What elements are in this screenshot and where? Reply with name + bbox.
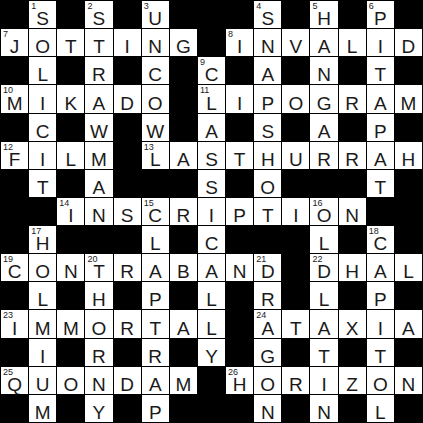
- cell-r12c4[interactable]: O: [85, 310, 112, 337]
- cell-r6c4[interactable]: M: [85, 142, 112, 169]
- cell-r14c10[interactable]: O: [254, 367, 281, 394]
- black-cell: [1, 57, 28, 84]
- cell-r6c11[interactable]: U: [282, 142, 309, 169]
- cell-r4c6[interactable]: O: [142, 85, 169, 112]
- cell-r6c12[interactable]: R: [310, 142, 337, 169]
- crossword-grid: 1S2S3U4S5H6P7JOTTING8INVALIDLRC9CANT10MI…: [0, 0, 423, 423]
- cell-r2c9[interactable]: 8I: [226, 29, 253, 56]
- cell-r11c12[interactable]: L: [310, 282, 337, 309]
- cell-letter: L: [150, 234, 161, 253]
- cell-letter: I: [209, 206, 214, 225]
- cell-r14c7[interactable]: M: [170, 367, 197, 394]
- black-cell: [395, 57, 422, 84]
- black-cell: [170, 85, 197, 112]
- cell-r4c5[interactable]: D: [114, 85, 141, 112]
- cell-r8c4[interactable]: N: [85, 198, 112, 225]
- cell-r10c3[interactable]: N: [57, 254, 84, 281]
- cell-letter: C: [148, 206, 162, 225]
- cell-letter: C: [205, 234, 219, 253]
- cell-letter: D: [402, 37, 416, 56]
- cell-r5c8[interactable]: A: [198, 114, 225, 141]
- cell-r12c14[interactable]: I: [367, 310, 394, 337]
- cell-r10c1[interactable]: 19C: [1, 254, 28, 281]
- cell-r4c15[interactable]: M: [395, 85, 422, 112]
- black-cell: [395, 226, 422, 253]
- cell-r15c6[interactable]: P: [142, 395, 169, 422]
- cell-r11c10[interactable]: R: [254, 282, 281, 309]
- cell-letter: R: [176, 206, 190, 225]
- cell-letter: R: [345, 150, 359, 169]
- cell-r8c13[interactable]: N: [339, 198, 366, 225]
- black-cell: [170, 226, 197, 253]
- cell-letter: J: [10, 37, 20, 56]
- cell-r3c12[interactable]: N: [310, 57, 337, 84]
- cell-r5c14[interactable]: P: [367, 114, 394, 141]
- cell-r7c8[interactable]: S: [198, 170, 225, 197]
- cell-r15c10[interactable]: N: [254, 395, 281, 422]
- cell-r2c5[interactable]: I: [114, 29, 141, 56]
- cell-r4c8[interactable]: 11L: [198, 85, 225, 112]
- black-cell: [226, 114, 253, 141]
- black-cell: [57, 170, 84, 197]
- cell-r8c11[interactable]: I: [282, 198, 309, 225]
- cell-r7c10[interactable]: O: [254, 170, 281, 197]
- cell-r13c4[interactable]: R: [85, 339, 112, 366]
- black-cell: [170, 282, 197, 309]
- black-cell: [114, 57, 141, 84]
- cell-r2c1[interactable]: 7J: [1, 29, 28, 56]
- cell-letter: N: [92, 375, 106, 394]
- black-cell: [1, 339, 28, 366]
- black-cell: [395, 339, 422, 366]
- cell-letter: S: [121, 206, 134, 225]
- cell-letter: L: [37, 290, 48, 309]
- clue-number: 5: [312, 2, 317, 11]
- black-cell: [1, 395, 28, 422]
- cell-letter: I: [293, 206, 298, 225]
- black-cell: [339, 57, 366, 84]
- cell-r10c14[interactable]: A: [367, 254, 394, 281]
- black-cell: [170, 170, 197, 197]
- cell-letter: I: [124, 37, 129, 56]
- cell-letter: T: [374, 65, 386, 84]
- clue-number: 22: [312, 255, 322, 264]
- black-cell: [339, 339, 366, 366]
- cell-r4c11[interactable]: O: [282, 85, 309, 112]
- cell-r3c2[interactable]: L: [29, 57, 56, 84]
- cell-r2c4[interactable]: T: [85, 29, 112, 56]
- cell-r3c8[interactable]: 9C: [198, 57, 225, 84]
- cell-r8c7[interactable]: R: [170, 198, 197, 225]
- cell-letter: I: [237, 37, 242, 56]
- cell-letter: C: [373, 234, 387, 253]
- cell-r6c13[interactable]: R: [339, 142, 366, 169]
- cell-letter: M: [175, 375, 191, 394]
- black-cell: [339, 282, 366, 309]
- cell-letter: I: [40, 150, 45, 169]
- cell-r7c4[interactable]: A: [85, 170, 112, 197]
- cell-r8c12[interactable]: 16O: [310, 198, 337, 225]
- cell-r5c10[interactable]: S: [254, 114, 281, 141]
- cell-letter: A: [205, 262, 218, 281]
- cell-r10c7[interactable]: B: [170, 254, 197, 281]
- cell-letter: M: [35, 319, 51, 338]
- cell-r1c2[interactable]: 1S: [29, 1, 56, 28]
- cell-letter: G: [176, 37, 191, 56]
- cell-r13c14[interactable]: T: [367, 339, 394, 366]
- cell-letter: N: [345, 206, 359, 225]
- cell-r14c13[interactable]: Z: [339, 367, 366, 394]
- cell-letter: C: [8, 262, 22, 281]
- cell-r7c14[interactable]: T: [367, 170, 394, 197]
- cell-letter: U: [148, 9, 162, 28]
- black-cell: [57, 282, 84, 309]
- black-cell: [170, 339, 197, 366]
- black-cell: [170, 395, 197, 422]
- black-cell: [226, 310, 253, 337]
- cell-r11c4[interactable]: H: [85, 282, 112, 309]
- cell-letter: G: [260, 347, 275, 366]
- cell-r12c10[interactable]: 24A: [254, 310, 281, 337]
- cell-letter: M: [63, 319, 79, 338]
- cell-r9c12[interactable]: L: [310, 226, 337, 253]
- cell-r5c6[interactable]: W: [142, 114, 169, 141]
- cell-r2c10[interactable]: N: [254, 29, 281, 56]
- cell-r10c9[interactable]: N: [226, 254, 253, 281]
- cell-letter: L: [347, 37, 358, 56]
- black-cell: [114, 170, 141, 197]
- cell-r12c3[interactable]: M: [57, 310, 84, 337]
- cell-r2c15[interactable]: D: [395, 29, 422, 56]
- cell-r14c4[interactable]: N: [85, 367, 112, 394]
- cell-r2c2[interactable]: O: [29, 29, 56, 56]
- cell-r10c8[interactable]: A: [198, 254, 225, 281]
- black-cell: [198, 367, 225, 394]
- cell-r4c14[interactable]: A: [367, 85, 394, 112]
- clue-number: 14: [59, 199, 69, 208]
- cell-r5c2[interactable]: C: [29, 114, 56, 141]
- cell-r3c10[interactable]: A: [254, 57, 281, 84]
- cell-letter: R: [261, 290, 275, 309]
- cell-r14c5[interactable]: D: [114, 367, 141, 394]
- cell-letter: O: [260, 375, 275, 394]
- cell-letter: N: [233, 262, 247, 281]
- cell-r4c12[interactable]: G: [310, 85, 337, 112]
- cell-letter: D: [261, 262, 275, 281]
- black-cell: [198, 29, 225, 56]
- cell-letter: I: [237, 94, 242, 113]
- cell-letter: P: [149, 290, 162, 309]
- cell-r1c12[interactable]: 5H: [310, 1, 337, 28]
- cell-r5c12[interactable]: A: [310, 114, 337, 141]
- cell-r13c8[interactable]: Y: [198, 339, 225, 366]
- cell-letter: M: [35, 403, 51, 422]
- black-cell: [1, 226, 28, 253]
- cell-r14c11[interactable]: R: [282, 367, 309, 394]
- clue-number: 24: [256, 311, 266, 320]
- cell-r6c1[interactable]: 12F: [1, 142, 28, 169]
- cell-r12c8[interactable]: L: [198, 310, 225, 337]
- cell-r13c10[interactable]: G: [254, 339, 281, 366]
- black-cell: [29, 198, 56, 225]
- cell-r2c6[interactable]: N: [142, 29, 169, 56]
- black-cell: [282, 1, 309, 28]
- cell-r6c10[interactable]: H: [254, 142, 281, 169]
- black-cell: [282, 226, 309, 253]
- clue-number: 18: [369, 227, 379, 236]
- cell-letter: A: [93, 178, 106, 197]
- clue-number: 23: [3, 311, 13, 320]
- black-cell: [57, 1, 84, 28]
- cell-r14c1[interactable]: 25Q: [1, 367, 28, 394]
- cell-letter: O: [148, 94, 163, 113]
- cell-letter: C: [148, 65, 162, 84]
- cell-letter: T: [65, 37, 77, 56]
- clue-number: 20: [87, 255, 97, 264]
- cell-r4c10[interactable]: P: [254, 85, 281, 112]
- cell-letter: L: [66, 150, 77, 169]
- cell-letter: O: [373, 375, 388, 394]
- clue-number: 16: [312, 199, 322, 208]
- cell-r6c14[interactable]: A: [367, 142, 394, 169]
- cell-r4c2[interactable]: I: [29, 85, 56, 112]
- cell-r12c11[interactable]: T: [282, 310, 309, 337]
- cell-r6c3[interactable]: L: [57, 142, 84, 169]
- cell-letter: A: [261, 319, 274, 338]
- cell-r10c5[interactable]: R: [114, 254, 141, 281]
- cell-letter: P: [261, 94, 274, 113]
- cell-letter: Z: [346, 375, 358, 394]
- cell-r14c9[interactable]: 26H: [226, 367, 253, 394]
- cell-r14c14[interactable]: O: [367, 367, 394, 394]
- cell-r6c2[interactable]: I: [29, 142, 56, 169]
- cell-letter: R: [317, 150, 331, 169]
- cell-letter: S: [205, 178, 218, 197]
- cell-r13c2[interactable]: I: [29, 339, 56, 366]
- cell-r15c2[interactable]: M: [29, 395, 56, 422]
- black-cell: [339, 1, 366, 28]
- cell-r15c14[interactable]: L: [367, 395, 394, 422]
- cell-r8c8[interactable]: I: [198, 198, 225, 225]
- cell-r9c14[interactable]: 18C: [367, 226, 394, 253]
- cell-letter: L: [319, 290, 330, 309]
- cell-letter: Y: [93, 403, 106, 422]
- cell-r10c6[interactable]: A: [142, 254, 169, 281]
- cell-r12c5[interactable]: R: [114, 310, 141, 337]
- cell-r10c15[interactable]: L: [395, 254, 422, 281]
- black-cell: [226, 226, 253, 253]
- cell-letter: A: [177, 319, 190, 338]
- cell-r2c3[interactable]: T: [57, 29, 84, 56]
- cell-r12c7[interactable]: A: [170, 310, 197, 337]
- cell-letter: L: [37, 65, 48, 84]
- black-cell: [395, 198, 422, 225]
- cell-r11c8[interactable]: L: [198, 282, 225, 309]
- cell-letter: P: [149, 403, 162, 422]
- cell-r2c11[interactable]: V: [282, 29, 309, 56]
- cell-letter: N: [402, 375, 416, 394]
- cell-letter: L: [375, 403, 386, 422]
- black-cell: [114, 142, 141, 169]
- cell-letter: T: [234, 150, 246, 169]
- cell-letter: N: [261, 37, 275, 56]
- cell-r4c3[interactable]: K: [57, 85, 84, 112]
- cell-r8c5[interactable]: S: [114, 198, 141, 225]
- cell-r9c8[interactable]: C: [198, 226, 225, 253]
- cell-letter: H: [402, 150, 416, 169]
- cell-letter: R: [120, 319, 134, 338]
- clue-number: 25: [3, 368, 13, 377]
- cell-r12c15[interactable]: A: [395, 310, 422, 337]
- black-cell: [226, 1, 253, 28]
- cell-r4c13[interactable]: R: [339, 85, 366, 112]
- cell-r3c6[interactable]: C: [142, 57, 169, 84]
- clue-number: 13: [144, 143, 154, 152]
- black-cell: [339, 395, 366, 422]
- cell-r14c2[interactable]: U: [29, 367, 56, 394]
- cell-letter: O: [35, 37, 50, 56]
- cell-letter: D: [317, 262, 331, 281]
- cell-r15c4[interactable]: Y: [85, 395, 112, 422]
- cell-r4c9[interactable]: I: [226, 85, 253, 112]
- cell-letter: S: [205, 150, 218, 169]
- cell-letter: I: [40, 347, 45, 366]
- cell-letter: R: [92, 347, 106, 366]
- cell-r14c15[interactable]: N: [395, 367, 422, 394]
- cell-r6c7[interactable]: A: [170, 142, 197, 169]
- cell-r6c9[interactable]: T: [226, 142, 253, 169]
- cell-r12c12[interactable]: A: [310, 310, 337, 337]
- cell-letter: B: [177, 262, 190, 281]
- cell-r9c2[interactable]: 17H: [29, 226, 56, 253]
- cell-r12c13[interactable]: X: [339, 310, 366, 337]
- cell-r7c2[interactable]: T: [29, 170, 56, 197]
- cell-letter: A: [318, 319, 331, 338]
- cell-letter: A: [205, 122, 218, 141]
- cell-letter: N: [317, 65, 331, 84]
- cell-r6c15[interactable]: H: [395, 142, 422, 169]
- cell-letter: T: [374, 178, 386, 197]
- cell-letter: R: [148, 347, 162, 366]
- clue-number: 9: [200, 58, 205, 67]
- cell-letter: U: [289, 150, 303, 169]
- cell-letter: O: [289, 94, 304, 113]
- cell-r6c6[interactable]: 13L: [142, 142, 169, 169]
- cell-letter: L: [206, 290, 217, 309]
- black-cell: [395, 282, 422, 309]
- cell-letter: O: [317, 206, 332, 225]
- cell-letter: O: [63, 375, 78, 394]
- cell-r1c10[interactable]: 4S: [254, 1, 281, 28]
- cell-letter: I: [40, 94, 45, 113]
- black-cell: [1, 114, 28, 141]
- cell-r2c7[interactable]: G: [170, 29, 197, 56]
- cell-r5c4[interactable]: W: [85, 114, 112, 141]
- cell-r10c12[interactable]: 22D: [310, 254, 337, 281]
- cell-r11c6[interactable]: P: [142, 282, 169, 309]
- clue-number: 19: [3, 255, 13, 264]
- clue-number: 2: [87, 2, 92, 11]
- black-cell: [226, 339, 253, 366]
- cell-r2c14[interactable]: I: [367, 29, 394, 56]
- cell-r3c14[interactable]: T: [367, 57, 394, 84]
- black-cell: [170, 1, 197, 28]
- clue-number: 11: [200, 86, 209, 95]
- cell-r14c6[interactable]: A: [142, 367, 169, 394]
- clue-number: 7: [3, 30, 8, 39]
- cell-r12c2[interactable]: M: [29, 310, 56, 337]
- cell-letter: N: [261, 403, 275, 422]
- black-cell: [367, 198, 394, 225]
- cell-r8c10[interactable]: T: [254, 198, 281, 225]
- cell-letter: H: [36, 234, 50, 253]
- cell-letter: T: [93, 262, 105, 281]
- cell-letter: N: [317, 403, 331, 422]
- cell-letter: C: [36, 122, 50, 141]
- cell-r2c12[interactable]: A: [310, 29, 337, 56]
- black-cell: [310, 170, 337, 197]
- cell-r10c10[interactable]: 21D: [254, 254, 281, 281]
- cell-r4c4[interactable]: A: [85, 85, 112, 112]
- cell-r14c12[interactable]: I: [310, 367, 337, 394]
- cell-letter: A: [149, 375, 162, 394]
- black-cell: [1, 1, 28, 28]
- cell-letter: K: [64, 94, 77, 113]
- cell-r8c6[interactable]: 15C: [142, 198, 169, 225]
- cell-r12c6[interactable]: T: [142, 310, 169, 337]
- cell-r15c12[interactable]: N: [310, 395, 337, 422]
- black-cell: [1, 198, 28, 225]
- cell-r8c3[interactable]: 14I: [57, 198, 84, 225]
- cell-r3c4[interactable]: R: [85, 57, 112, 84]
- cell-r10c4[interactable]: 20T: [85, 254, 112, 281]
- cell-r10c2[interactable]: O: [29, 254, 56, 281]
- clue-number: 26: [228, 368, 238, 377]
- black-cell: [282, 339, 309, 366]
- cell-r10c13[interactable]: H: [339, 254, 366, 281]
- clue-number: 17: [31, 227, 41, 236]
- cell-r13c6[interactable]: R: [142, 339, 169, 366]
- cell-r1c6[interactable]: 3U: [142, 1, 169, 28]
- cell-letter: I: [378, 37, 383, 56]
- cell-r12c1[interactable]: 23I: [1, 310, 28, 337]
- cell-r8c9[interactable]: P: [226, 198, 253, 225]
- cell-r9c6[interactable]: L: [142, 226, 169, 253]
- cell-letter: S: [261, 122, 274, 141]
- cell-letter: P: [233, 206, 246, 225]
- cell-r11c14[interactable]: P: [367, 282, 394, 309]
- cell-letter: O: [92, 319, 107, 338]
- cell-letter: H: [317, 9, 331, 28]
- cell-r11c2[interactable]: L: [29, 282, 56, 309]
- cell-letter: V: [290, 37, 303, 56]
- cell-letter: Y: [205, 347, 218, 366]
- black-cell: [282, 282, 309, 309]
- cell-r14c3[interactable]: O: [57, 367, 84, 394]
- cell-r1c4[interactable]: 2S: [85, 1, 112, 28]
- cell-letter: A: [93, 94, 106, 113]
- cell-r13c12[interactable]: T: [310, 339, 337, 366]
- clue-number: 3: [144, 2, 149, 11]
- cell-letter: A: [402, 319, 415, 338]
- cell-r4c1[interactable]: 10M: [1, 85, 28, 112]
- cell-r2c13[interactable]: L: [339, 29, 366, 56]
- cell-r1c14[interactable]: 6P: [367, 1, 394, 28]
- black-cell: [226, 282, 253, 309]
- cell-letter: L: [206, 319, 217, 338]
- clue-number: 12: [3, 143, 13, 152]
- cell-r6c8[interactable]: S: [198, 142, 225, 169]
